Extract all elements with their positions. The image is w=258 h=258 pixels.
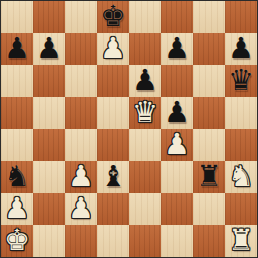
square-a3[interactable]: ♞ — [1, 161, 33, 193]
piece-white-knight[interactable]: ♞ — [228, 161, 254, 192]
square-g4[interactable] — [193, 129, 225, 161]
piece-black-king[interactable]: ♚ — [100, 1, 126, 32]
square-d8[interactable]: ♚ — [97, 1, 129, 33]
square-g6[interactable] — [193, 65, 225, 97]
square-e3[interactable] — [129, 161, 161, 193]
square-h6[interactable]: ♛ — [225, 65, 257, 97]
piece-black-bishop[interactable]: ♝ — [100, 161, 126, 192]
square-b8[interactable] — [33, 1, 65, 33]
piece-black-pawn[interactable]: ♟ — [36, 33, 62, 64]
square-b4[interactable] — [33, 129, 65, 161]
square-g2[interactable] — [193, 193, 225, 225]
square-a6[interactable] — [1, 65, 33, 97]
square-e2[interactable] — [129, 193, 161, 225]
square-c4[interactable] — [65, 129, 97, 161]
piece-white-queen[interactable]: ♛ — [132, 97, 158, 128]
square-f6[interactable] — [161, 65, 193, 97]
square-g7[interactable] — [193, 33, 225, 65]
square-c6[interactable] — [65, 65, 97, 97]
square-f7[interactable]: ♟ — [161, 33, 193, 65]
square-c2[interactable]: ♟ — [65, 193, 97, 225]
square-b6[interactable] — [33, 65, 65, 97]
piece-white-pawn[interactable]: ♟ — [164, 129, 190, 160]
piece-white-pawn[interactable]: ♟ — [68, 161, 94, 192]
square-e7[interactable] — [129, 33, 161, 65]
piece-white-pawn[interactable]: ♟ — [100, 33, 126, 64]
square-c3[interactable]: ♟ — [65, 161, 97, 193]
square-h8[interactable] — [225, 1, 257, 33]
square-f3[interactable] — [161, 161, 193, 193]
square-a5[interactable] — [1, 97, 33, 129]
square-d2[interactable] — [97, 193, 129, 225]
square-a2[interactable]: ♟ — [1, 193, 33, 225]
piece-black-pawn[interactable]: ♟ — [228, 33, 254, 64]
square-a7[interactable]: ♟ — [1, 33, 33, 65]
square-a4[interactable] — [1, 129, 33, 161]
square-d1[interactable] — [97, 225, 129, 257]
square-e6[interactable]: ♟ — [129, 65, 161, 97]
square-d7[interactable]: ♟ — [97, 33, 129, 65]
square-h3[interactable]: ♞ — [225, 161, 257, 193]
square-e4[interactable] — [129, 129, 161, 161]
square-g3[interactable]: ♜ — [193, 161, 225, 193]
square-a1[interactable]: ♚ — [1, 225, 33, 257]
square-c5[interactable] — [65, 97, 97, 129]
square-f1[interactable] — [161, 225, 193, 257]
piece-black-queen[interactable]: ♛ — [228, 65, 254, 96]
piece-white-pawn[interactable]: ♟ — [68, 193, 94, 224]
square-e8[interactable] — [129, 1, 161, 33]
square-a8[interactable] — [1, 1, 33, 33]
square-b1[interactable] — [33, 225, 65, 257]
square-c8[interactable] — [65, 1, 97, 33]
square-h4[interactable] — [225, 129, 257, 161]
square-e1[interactable] — [129, 225, 161, 257]
square-b7[interactable]: ♟ — [33, 33, 65, 65]
square-b5[interactable] — [33, 97, 65, 129]
square-h7[interactable]: ♟ — [225, 33, 257, 65]
piece-black-pawn[interactable]: ♟ — [132, 65, 158, 96]
square-h2[interactable] — [225, 193, 257, 225]
square-b3[interactable] — [33, 161, 65, 193]
square-d5[interactable] — [97, 97, 129, 129]
square-h5[interactable] — [225, 97, 257, 129]
square-g8[interactable] — [193, 1, 225, 33]
square-f5[interactable]: ♟ — [161, 97, 193, 129]
square-f4[interactable]: ♟ — [161, 129, 193, 161]
square-d6[interactable] — [97, 65, 129, 97]
piece-white-pawn[interactable]: ♟ — [4, 193, 30, 224]
chess-board-frame: ♚♟♟♟♟♟♟♛♛♟♟♞♟♝♜♞♟♟♚♜ — [0, 0, 258, 258]
square-d4[interactable] — [97, 129, 129, 161]
piece-black-pawn[interactable]: ♟ — [164, 33, 190, 64]
square-b2[interactable] — [33, 193, 65, 225]
piece-white-king[interactable]: ♚ — [4, 225, 30, 256]
piece-black-knight[interactable]: ♞ — [4, 161, 30, 192]
square-c1[interactable] — [65, 225, 97, 257]
square-e5[interactable]: ♛ — [129, 97, 161, 129]
square-g5[interactable] — [193, 97, 225, 129]
square-h1[interactable]: ♜ — [225, 225, 257, 257]
square-c7[interactable] — [65, 33, 97, 65]
chess-board: ♚♟♟♟♟♟♟♛♛♟♟♞♟♝♜♞♟♟♚♜ — [1, 1, 257, 257]
square-f8[interactable] — [161, 1, 193, 33]
square-g1[interactable] — [193, 225, 225, 257]
square-d3[interactable]: ♝ — [97, 161, 129, 193]
piece-black-rook[interactable]: ♜ — [196, 161, 222, 192]
piece-white-rook[interactable]: ♜ — [228, 225, 254, 256]
piece-black-pawn[interactable]: ♟ — [164, 97, 190, 128]
piece-black-pawn[interactable]: ♟ — [4, 33, 30, 64]
square-f2[interactable] — [161, 193, 193, 225]
